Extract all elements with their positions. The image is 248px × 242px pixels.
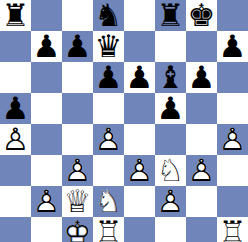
square-b4[interactable] <box>31 124 62 155</box>
square-f6[interactable]: ♝ <box>155 62 186 93</box>
black-pawn-piece: ♟ <box>217 31 248 62</box>
square-c4[interactable] <box>62 124 93 155</box>
square-f1[interactable] <box>155 217 186 242</box>
black-pawn-piece: ♟ <box>62 31 93 62</box>
square-g8[interactable]: ♚ <box>186 0 217 31</box>
white-pawn-piece: ♟♙ <box>217 124 248 155</box>
square-d4[interactable]: ♟♙ <box>93 124 124 155</box>
square-e6[interactable]: ♟ <box>124 62 155 93</box>
square-b7[interactable]: ♟ <box>31 31 62 62</box>
square-e1[interactable] <box>124 217 155 242</box>
square-a2[interactable] <box>0 186 31 217</box>
square-a1[interactable] <box>0 217 31 242</box>
white-knight-piece: ♞♘ <box>93 186 124 217</box>
square-e3[interactable]: ♟♙ <box>124 155 155 186</box>
square-c6[interactable] <box>62 62 93 93</box>
square-h3[interactable] <box>217 155 248 186</box>
white-rook-piece: ♜♖ <box>93 217 124 242</box>
square-a5[interactable]: ♟ <box>0 93 31 124</box>
square-a4[interactable]: ♟♙ <box>0 124 31 155</box>
square-d6[interactable]: ♟ <box>93 62 124 93</box>
square-g6[interactable]: ♟ <box>186 62 217 93</box>
square-h5[interactable] <box>217 93 248 124</box>
white-queen-piece: ♛♕ <box>62 186 93 217</box>
white-pawn-piece: ♟♙ <box>124 155 155 186</box>
square-a8[interactable]: ♜ <box>0 0 31 31</box>
black-rook-piece: ♜ <box>0 0 31 31</box>
square-b6[interactable] <box>31 62 62 93</box>
black-pawn-piece: ♟ <box>0 93 31 124</box>
white-pawn-piece: ♟♙ <box>62 155 93 186</box>
square-f4[interactable] <box>155 124 186 155</box>
square-e8[interactable] <box>124 0 155 31</box>
square-g7[interactable] <box>186 31 217 62</box>
black-pawn-piece: ♟ <box>124 62 155 93</box>
square-a3[interactable] <box>0 155 31 186</box>
square-d1[interactable]: ♜♖ <box>93 217 124 242</box>
square-a6[interactable] <box>0 62 31 93</box>
white-pawn-piece: ♟♙ <box>186 155 217 186</box>
square-e4[interactable] <box>124 124 155 155</box>
square-f7[interactable] <box>155 31 186 62</box>
black-knight-piece: ♞ <box>93 0 124 31</box>
square-f5[interactable]: ♟ <box>155 93 186 124</box>
square-e7[interactable] <box>124 31 155 62</box>
square-h2[interactable] <box>217 186 248 217</box>
square-g1[interactable] <box>186 217 217 242</box>
square-c7[interactable]: ♟ <box>62 31 93 62</box>
square-b5[interactable] <box>31 93 62 124</box>
square-g4[interactable] <box>186 124 217 155</box>
white-knight-piece: ♞♘ <box>155 155 186 186</box>
white-pawn-piece: ♟♙ <box>93 124 124 155</box>
black-pawn-piece: ♟ <box>93 62 124 93</box>
chess-board: ♜♞♜♚♟♟♛♟♟♟♝♟♟♟♟♙♟♙♟♙♟♙♟♙♞♘♟♙♟♙♛♕♞♘♟♙♚♔♜♖… <box>0 0 242 242</box>
square-c3[interactable]: ♟♙ <box>62 155 93 186</box>
square-g3[interactable]: ♟♙ <box>186 155 217 186</box>
square-h7[interactable]: ♟ <box>217 31 248 62</box>
square-b1[interactable] <box>31 217 62 242</box>
black-pawn-piece: ♟ <box>155 93 186 124</box>
square-f8[interactable]: ♜ <box>155 0 186 31</box>
white-king-piece: ♚♔ <box>62 217 93 242</box>
white-pawn-piece: ♟♙ <box>0 124 31 155</box>
square-f2[interactable]: ♟♙ <box>155 186 186 217</box>
square-b2[interactable]: ♟♙ <box>31 186 62 217</box>
black-rook-piece: ♜ <box>155 0 186 31</box>
square-d3[interactable] <box>93 155 124 186</box>
square-d5[interactable] <box>93 93 124 124</box>
white-rook-piece: ♜♖ <box>217 217 248 242</box>
square-g5[interactable] <box>186 93 217 124</box>
square-c1[interactable]: ♚♔ <box>62 217 93 242</box>
square-c5[interactable] <box>62 93 93 124</box>
square-h6[interactable] <box>217 62 248 93</box>
square-h1[interactable]: ♜♖ <box>217 217 248 242</box>
square-e2[interactable] <box>124 186 155 217</box>
black-queen-piece: ♛ <box>93 31 124 62</box>
square-a7[interactable] <box>0 31 31 62</box>
black-bishop-piece: ♝ <box>155 62 186 93</box>
square-d8[interactable]: ♞ <box>93 0 124 31</box>
square-g2[interactable] <box>186 186 217 217</box>
square-d7[interactable]: ♛ <box>93 31 124 62</box>
square-e5[interactable] <box>124 93 155 124</box>
black-pawn-piece: ♟ <box>186 62 217 93</box>
square-h8[interactable] <box>217 0 248 31</box>
white-pawn-piece: ♟♙ <box>155 186 186 217</box>
black-pawn-piece: ♟ <box>31 31 62 62</box>
square-b3[interactable] <box>31 155 62 186</box>
square-h4[interactable]: ♟♙ <box>217 124 248 155</box>
square-b8[interactable] <box>31 0 62 31</box>
square-c8[interactable] <box>62 0 93 31</box>
white-pawn-piece: ♟♙ <box>31 186 62 217</box>
square-f3[interactable]: ♞♘ <box>155 155 186 186</box>
square-c2[interactable]: ♛♕ <box>62 186 93 217</box>
square-d2[interactable]: ♞♘ <box>93 186 124 217</box>
black-king-piece: ♚ <box>186 0 217 31</box>
